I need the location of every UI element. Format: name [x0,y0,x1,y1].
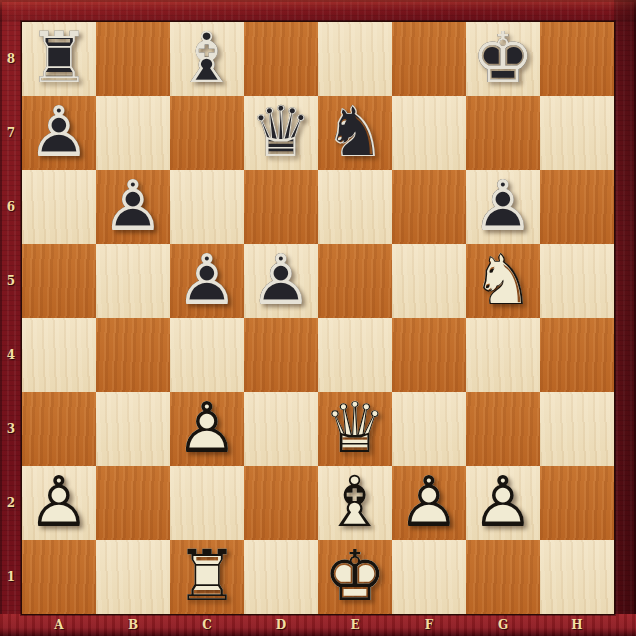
square-g1[interactable] [466,540,540,614]
square-h4[interactable] [540,318,614,392]
square-g4[interactable] [466,318,540,392]
square-c4[interactable] [170,318,244,392]
square-e3[interactable]: ♛♕ [318,392,392,466]
file-label-f: F [392,614,466,636]
square-f7[interactable] [392,96,466,170]
black-pawn-a7[interactable]: ♟♙ [22,96,96,170]
square-a3[interactable] [22,392,96,466]
square-g3[interactable] [466,392,540,466]
white-pawn-c3[interactable]: ♟♙ [170,392,244,466]
square-b3[interactable] [96,392,170,466]
square-h6[interactable] [540,170,614,244]
rank-label-3: 3 [0,392,22,466]
square-f2[interactable]: ♟♙ [392,466,466,540]
file-label-c: C [170,614,244,636]
square-a4[interactable] [22,318,96,392]
square-b6[interactable]: ♟♙ [96,170,170,244]
square-f1[interactable] [392,540,466,614]
pawn-glyph-outline: ♙ [392,466,466,540]
square-c5[interactable]: ♟♙ [170,244,244,318]
white-pawn-g2[interactable]: ♟♙ [466,466,540,540]
pawn-glyph-outline: ♙ [96,170,170,244]
square-h5[interactable] [540,244,614,318]
black-pawn-g6[interactable]: ♟♙ [466,170,540,244]
square-d2[interactable] [244,466,318,540]
rank-labels: 87654321 [0,22,22,614]
square-b8[interactable] [96,22,170,96]
chess-board-app: 87654321 ABCDEFGH ♜♖♝♗♚♔♟♙♛♕♞♘♟♙♟♙♟♙♟♙♞♘… [0,0,636,636]
pawn-glyph-outline: ♙ [22,466,96,540]
square-h8[interactable] [540,22,614,96]
file-label-h: H [540,614,614,636]
square-h3[interactable] [540,392,614,466]
knight-glyph-outline: ♘ [318,96,392,170]
square-d1[interactable] [244,540,318,614]
square-f8[interactable] [392,22,466,96]
square-d6[interactable] [244,170,318,244]
square-a8[interactable]: ♜♖ [22,22,96,96]
square-g6[interactable]: ♟♙ [466,170,540,244]
square-b2[interactable] [96,466,170,540]
square-g5[interactable]: ♞♘ [466,244,540,318]
square-f6[interactable] [392,170,466,244]
board-frame-top [0,0,636,22]
square-a7[interactable]: ♟♙ [22,96,96,170]
square-b7[interactable] [96,96,170,170]
rank-label-1: 1 [0,540,22,614]
pawn-glyph-outline: ♙ [244,244,318,318]
black-bishop-c8[interactable]: ♝♗ [170,22,244,96]
square-f3[interactable] [392,392,466,466]
file-label-b: B [96,614,170,636]
file-label-e: E [318,614,392,636]
square-a6[interactable] [22,170,96,244]
square-g2[interactable]: ♟♙ [466,466,540,540]
white-king-e1[interactable]: ♚♔ [318,540,392,614]
square-a1[interactable] [22,540,96,614]
black-rook-a8[interactable]: ♜♖ [22,22,96,96]
square-f4[interactable] [392,318,466,392]
square-d3[interactable] [244,392,318,466]
king-glyph-outline: ♔ [466,22,540,96]
pawn-glyph-outline: ♙ [170,244,244,318]
black-knight-e7[interactable]: ♞♘ [318,96,392,170]
square-e1[interactable]: ♚♔ [318,540,392,614]
square-e6[interactable] [318,170,392,244]
pawn-glyph-outline: ♙ [170,392,244,466]
square-e4[interactable] [318,318,392,392]
black-pawn-b6[interactable]: ♟♙ [96,170,170,244]
square-h1[interactable] [540,540,614,614]
square-b4[interactable] [96,318,170,392]
rook-glyph-outline: ♖ [22,22,96,96]
square-e7[interactable]: ♞♘ [318,96,392,170]
white-pawn-f2[interactable]: ♟♙ [392,466,466,540]
file-label-a: A [22,614,96,636]
pawn-glyph-outline: ♙ [466,170,540,244]
square-e2[interactable]: ♝♗ [318,466,392,540]
square-b5[interactable] [96,244,170,318]
white-rook-c1[interactable]: ♜♖ [170,540,244,614]
pawn-glyph-outline: ♙ [466,466,540,540]
rank-label-4: 4 [0,318,22,392]
square-a5[interactable] [22,244,96,318]
white-queen-e3[interactable]: ♛♕ [318,392,392,466]
square-b1[interactable] [96,540,170,614]
knight-glyph-outline: ♘ [466,244,540,318]
square-c7[interactable] [170,96,244,170]
black-king-g8[interactable]: ♚♔ [466,22,540,96]
rook-glyph-outline: ♖ [170,540,244,614]
black-pawn-d5[interactable]: ♟♙ [244,244,318,318]
bishop-glyph-outline: ♗ [318,466,392,540]
square-h2[interactable] [540,466,614,540]
square-d5[interactable]: ♟♙ [244,244,318,318]
white-bishop-e2[interactable]: ♝♗ [318,466,392,540]
square-e5[interactable] [318,244,392,318]
bishop-glyph-outline: ♗ [170,22,244,96]
white-knight-g5[interactable]: ♞♘ [466,244,540,318]
file-label-d: D [244,614,318,636]
square-g7[interactable] [466,96,540,170]
pawn-glyph-outline: ♙ [22,96,96,170]
square-e8[interactable] [318,22,392,96]
king-glyph-outline: ♔ [318,540,392,614]
square-g8[interactable]: ♚♔ [466,22,540,96]
queen-glyph-outline: ♕ [244,96,318,170]
square-d7[interactable]: ♛♕ [244,96,318,170]
chess-board: ♜♖♝♗♚♔♟♙♛♕♞♘♟♙♟♙♟♙♟♙♞♘♟♙♛♕♟♙♝♗♟♙♟♙♜♖♚♔ [22,22,614,614]
square-c8[interactable]: ♝♗ [170,22,244,96]
queen-glyph-outline: ♕ [318,392,392,466]
square-f5[interactable] [392,244,466,318]
board-frame-right [614,0,636,636]
square-d8[interactable] [244,22,318,96]
file-labels: ABCDEFGH [22,614,614,636]
square-h7[interactable] [540,96,614,170]
square-c6[interactable] [170,170,244,244]
file-label-g: G [466,614,540,636]
white-pawn-a2[interactable]: ♟♙ [22,466,96,540]
square-c3[interactable]: ♟♙ [170,392,244,466]
rank-label-6: 6 [0,170,22,244]
square-c1[interactable]: ♜♖ [170,540,244,614]
black-pawn-c5[interactable]: ♟♙ [170,244,244,318]
square-a2[interactable]: ♟♙ [22,466,96,540]
square-d4[interactable] [244,318,318,392]
rank-label-5: 5 [0,244,22,318]
rank-label-2: 2 [0,466,22,540]
rank-label-8: 8 [0,22,22,96]
black-queen-d7[interactable]: ♛♕ [244,96,318,170]
rank-label-7: 7 [0,96,22,170]
square-c2[interactable] [170,466,244,540]
